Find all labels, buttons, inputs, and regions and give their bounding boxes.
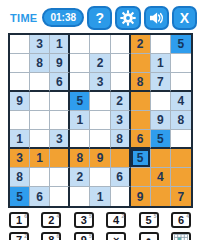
number-keypad: 162435425564 728695 × ● (9, 212, 191, 240)
cell-r7c8[interactable] (151, 149, 171, 168)
cell-r1c4[interactable] (70, 35, 90, 54)
cell-r4c6[interactable]: 2 (111, 92, 131, 111)
digit-label: 6 (178, 215, 184, 226)
digit-label: 4 (113, 215, 119, 226)
cell-r4c5[interactable] (90, 92, 110, 111)
time-label: TIME (10, 12, 37, 24)
digit-button-5[interactable]: 55 (139, 212, 159, 228)
mini-grid-button[interactable] (171, 232, 191, 240)
keypad-row-1: 162435425564 (9, 212, 191, 228)
erase-button[interactable]: × (106, 232, 126, 240)
digit-placed-count: 4 (186, 213, 189, 219)
cell-r6c1[interactable]: 1 (10, 130, 30, 149)
mini-grid-icon (174, 234, 188, 240)
digit-placed-count: 5 (154, 213, 157, 219)
timer-value: 01:38 (42, 8, 84, 27)
cell-r4c4[interactable]: 5 (70, 92, 90, 111)
digit-placed-count: 5 (89, 213, 92, 219)
cell-r3c2[interactable] (30, 73, 50, 92)
cell-r7c6[interactable] (111, 149, 131, 168)
cell-r1c3[interactable]: 1 (50, 35, 70, 54)
digit-button-6[interactable]: 64 (171, 212, 191, 228)
digit-button-1[interactable]: 16 (9, 212, 29, 228)
digit-label: 5 (146, 215, 152, 226)
cell-r3c6[interactable] (111, 73, 131, 92)
cell-r1c2[interactable]: 3 (30, 35, 50, 54)
digit-label: 9 (81, 235, 87, 240)
digit-label: 3 (81, 215, 87, 226)
cell-r6c9[interactable] (171, 130, 191, 149)
cell-r3c8[interactable]: 7 (151, 73, 171, 92)
cell-r6c8[interactable]: 5 (151, 130, 171, 149)
cell-r9c4[interactable] (70, 187, 90, 206)
cell-r6c4[interactable] (70, 130, 90, 149)
cell-r2c7[interactable] (131, 54, 151, 73)
cell-r5c4[interactable]: 1 (70, 111, 90, 130)
digit-placed-count: 6 (57, 233, 60, 239)
erase-x-icon: × (113, 235, 119, 240)
digit-button-2[interactable]: 24 (41, 212, 61, 228)
digit-button-8[interactable]: 86 (41, 232, 61, 240)
cell-r3c7[interactable]: 8 (131, 73, 151, 92)
settings-button[interactable] (115, 6, 140, 30)
digit-label: 7 (16, 235, 22, 240)
digit-placed-count: 2 (121, 213, 124, 219)
cell-r2c9[interactable] (171, 54, 191, 73)
cell-r7c5[interactable]: 9 (90, 149, 110, 168)
cell-r1c1[interactable] (10, 35, 30, 54)
cell-r8c2[interactable] (30, 168, 50, 187)
cell-r5c3[interactable] (50, 111, 70, 130)
cell-r7c1[interactable]: 3 (10, 149, 30, 168)
cell-r4c7[interactable] (131, 92, 151, 111)
cell-r4c3[interactable] (50, 92, 70, 111)
cell-r8c4[interactable]: 2 (70, 168, 90, 187)
cell-r5c5[interactable] (90, 111, 110, 130)
digit-label: 1 (16, 215, 22, 226)
close-button[interactable]: X (172, 6, 197, 30)
cell-r4c8[interactable] (151, 92, 171, 111)
top-bar: TIME 01:38 ? (0, 0, 200, 31)
sudoku-board: 312589216387952413981386531895826456197 (8, 33, 193, 208)
cell-r5c1[interactable] (10, 111, 30, 130)
cell-r9c7[interactable]: 9 (131, 187, 151, 206)
cell-r3c5[interactable]: 3 (90, 73, 110, 92)
question-icon: ? (95, 11, 104, 25)
cell-r2c5[interactable]: 2 (90, 54, 110, 73)
cell-r2c6[interactable] (111, 54, 131, 73)
cell-r6c2[interactable] (30, 130, 50, 149)
digit-button-3[interactable]: 35 (74, 212, 94, 228)
cell-r5c6[interactable]: 3 (111, 111, 131, 130)
cell-r4c2[interactable] (30, 92, 50, 111)
cell-r9c5[interactable]: 1 (90, 187, 110, 206)
cell-r3c1[interactable] (10, 73, 30, 92)
cell-r2c2[interactable]: 8 (30, 54, 50, 73)
cell-r4c9[interactable]: 4 (171, 92, 191, 111)
close-icon: X (180, 11, 189, 25)
cell-r6c3[interactable]: 3 (50, 130, 70, 149)
digit-placed-count: 2 (24, 233, 27, 239)
cell-r9c1[interactable]: 5 (10, 187, 30, 206)
digit-placed-count: 5 (89, 233, 92, 239)
cell-r9c8[interactable] (151, 187, 171, 206)
pen-mode-button[interactable]: ● (139, 232, 159, 240)
cell-r9c6[interactable] (111, 187, 131, 206)
cell-r7c3[interactable] (50, 149, 70, 168)
cell-r2c4[interactable] (70, 54, 90, 73)
cell-r7c4[interactable]: 8 (70, 149, 90, 168)
cell-r2c1[interactable] (10, 54, 30, 73)
cell-r1c5[interactable] (90, 35, 110, 54)
digit-button-7[interactable]: 72 (9, 232, 29, 240)
cell-r1c9[interactable]: 5 (171, 35, 191, 54)
cell-r3c9[interactable] (171, 73, 191, 92)
cell-r5c7[interactable] (131, 111, 151, 130)
cell-r7c2[interactable]: 1 (30, 149, 50, 168)
cell-r8c5[interactable] (90, 168, 110, 187)
cell-r9c3[interactable] (50, 187, 70, 206)
cell-r9c9[interactable]: 7 (171, 187, 191, 206)
cell-r1c7[interactable]: 2 (131, 35, 151, 54)
cell-r8c7[interactable] (131, 168, 151, 187)
cell-r8c6[interactable]: 6 (111, 168, 131, 187)
cell-r9c2[interactable]: 6 (30, 187, 50, 206)
cell-r1c8[interactable] (151, 35, 171, 54)
cell-r1c6[interactable] (111, 35, 131, 54)
help-button[interactable]: ? (87, 6, 112, 30)
cell-r7c7[interactable]: 5 (131, 149, 151, 168)
digit-button-9[interactable]: 95 (74, 232, 94, 240)
cell-r3c4[interactable] (70, 73, 90, 92)
cell-r7c9[interactable] (171, 149, 191, 168)
cell-r8c9[interactable] (171, 168, 191, 187)
cell-r6c7[interactable]: 6 (131, 130, 151, 149)
cell-r8c8[interactable]: 4 (151, 168, 171, 187)
digit-label: 2 (48, 215, 54, 226)
cell-r5c9[interactable]: 8 (171, 111, 191, 130)
cell-r5c2[interactable] (30, 111, 50, 130)
speaker-icon (147, 9, 165, 27)
digit-label: 8 (48, 235, 54, 240)
digit-placed-count: 4 (57, 213, 60, 219)
gear-icon (119, 9, 137, 27)
digit-placed-count: 6 (24, 213, 27, 219)
dot-icon: ● (146, 236, 151, 240)
cell-r6c5[interactable] (90, 130, 110, 149)
digit-button-4[interactable]: 42 (106, 212, 126, 228)
sound-button[interactable] (144, 6, 169, 30)
cell-r8c3[interactable] (50, 168, 70, 187)
cell-r2c8[interactable]: 1 (151, 54, 171, 73)
cell-r3c3[interactable]: 6 (50, 73, 70, 92)
cell-r4c1[interactable]: 9 (10, 92, 30, 111)
cell-r2c3[interactable]: 9 (50, 54, 70, 73)
cell-r8c1[interactable]: 8 (10, 168, 30, 187)
cell-r5c8[interactable]: 9 (151, 111, 171, 130)
cell-r6c6[interactable]: 8 (111, 130, 131, 149)
keypad-row-2: 728695 × ● (9, 232, 191, 240)
